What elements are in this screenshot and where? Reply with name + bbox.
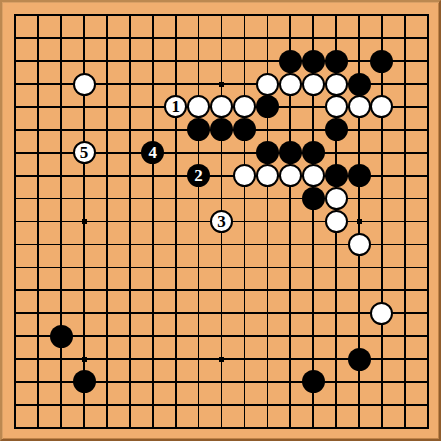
black-stone xyxy=(256,141,279,164)
black-stone xyxy=(325,118,348,141)
black-stone xyxy=(187,118,210,141)
move-1-stone: 1 xyxy=(164,95,187,118)
black-stone xyxy=(50,325,73,348)
black-stone xyxy=(73,370,96,393)
move-number: 3 xyxy=(217,213,226,230)
black-stone xyxy=(348,348,371,371)
black-stone xyxy=(325,164,348,187)
move-3-stone: 3 xyxy=(210,210,233,233)
white-stone xyxy=(233,95,256,118)
black-stone xyxy=(279,141,302,164)
black-stone xyxy=(210,118,233,141)
move-number: 4 xyxy=(149,144,158,161)
star-point xyxy=(82,219,87,224)
white-stone xyxy=(370,95,393,118)
white-stone xyxy=(325,210,348,233)
black-stone xyxy=(302,187,325,210)
white-stone xyxy=(348,233,371,256)
white-stone xyxy=(187,95,210,118)
white-stone xyxy=(302,73,325,96)
grid-line-vertical xyxy=(404,14,406,428)
star-point xyxy=(219,82,224,87)
white-stone xyxy=(325,187,348,210)
move-number: 1 xyxy=(171,98,180,115)
black-stone xyxy=(348,164,371,187)
star-point xyxy=(219,357,224,362)
grid-line-horizontal xyxy=(14,404,428,406)
grid-line-vertical xyxy=(381,14,383,428)
black-stone xyxy=(302,141,325,164)
black-stone xyxy=(302,370,325,393)
star-point xyxy=(82,357,87,362)
black-stone xyxy=(256,95,279,118)
white-stone xyxy=(279,73,302,96)
grid-line-horizontal xyxy=(14,289,428,291)
white-stone xyxy=(279,164,302,187)
move-2-stone: 2 xyxy=(187,164,210,187)
go-diagram: 15423 xyxy=(0,0,441,441)
grid-line-horizontal xyxy=(14,312,428,314)
white-stone xyxy=(325,95,348,118)
black-stone xyxy=(325,50,348,73)
grid-line-horizontal xyxy=(14,335,428,337)
move-4-stone: 4 xyxy=(141,141,164,164)
go-board[interactable]: 15423 xyxy=(0,0,441,441)
white-stone xyxy=(348,95,371,118)
white-stone xyxy=(370,302,393,325)
move-number: 2 xyxy=(194,167,203,184)
white-stone xyxy=(233,164,256,187)
grid-line-vertical xyxy=(427,14,429,428)
white-stone xyxy=(73,73,96,96)
grid-line-vertical xyxy=(244,14,246,428)
star-point xyxy=(357,219,362,224)
white-stone xyxy=(210,95,233,118)
black-stone xyxy=(233,118,256,141)
move-5-stone: 5 xyxy=(73,141,96,164)
move-number: 5 xyxy=(80,144,89,161)
white-stone xyxy=(325,73,348,96)
black-stone xyxy=(348,73,371,96)
white-stone xyxy=(256,164,279,187)
white-stone xyxy=(302,164,325,187)
black-stone xyxy=(279,50,302,73)
black-stone xyxy=(302,50,325,73)
white-stone xyxy=(256,73,279,96)
grid-line-horizontal xyxy=(14,427,428,429)
black-stone xyxy=(370,50,393,73)
grid-line-horizontal xyxy=(14,267,428,269)
